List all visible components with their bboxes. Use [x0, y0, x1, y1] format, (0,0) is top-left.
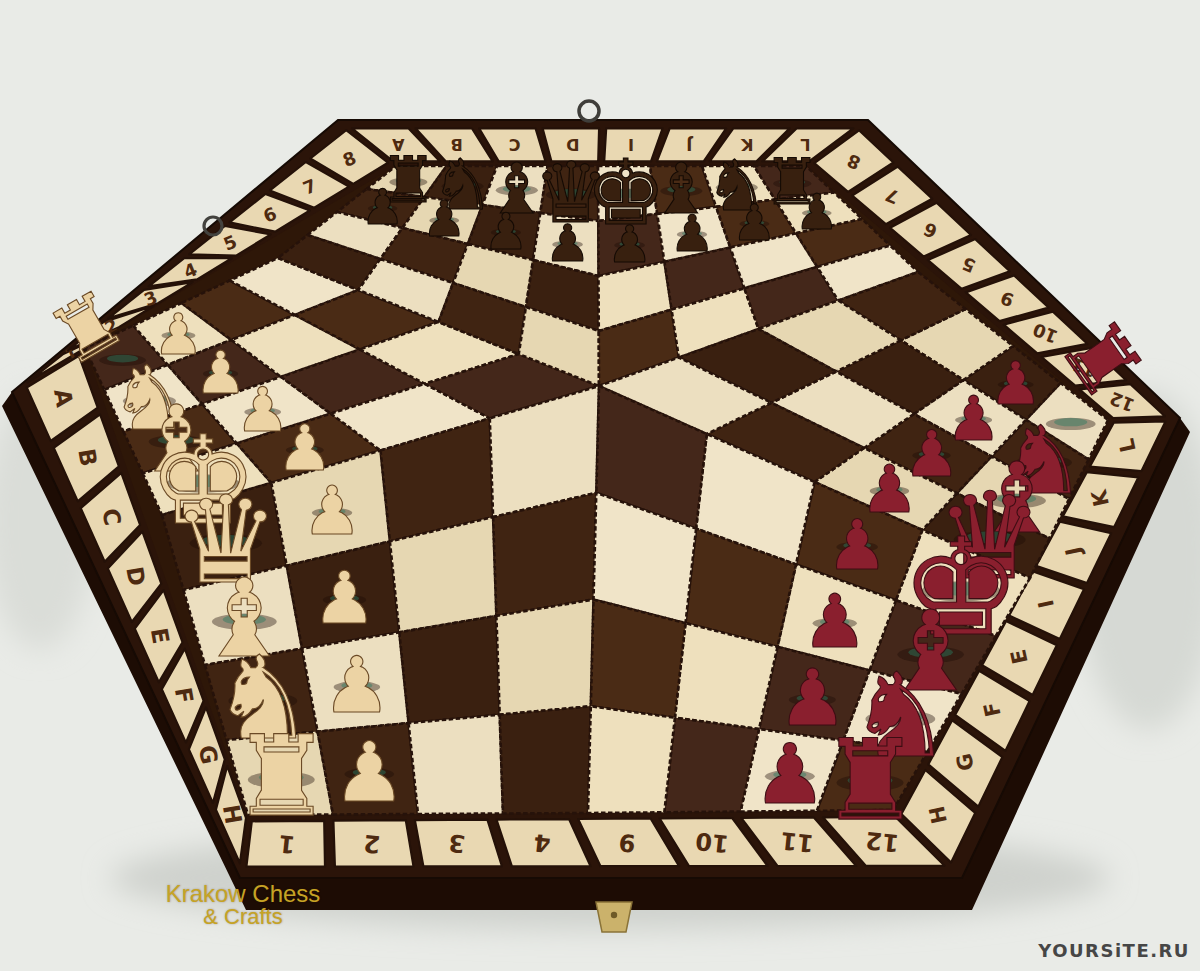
brand-watermark: Krakow Chess & Crafts [148, 882, 338, 928]
svg-text:♟: ♟ [669, 204, 714, 263]
coordinate-label: 3 [447, 828, 467, 858]
three-player-chess-board: ABCDIJKL12345678ABCDEFGH12349101112LKJIE… [0, 0, 1200, 971]
piece-dark-pawn: ♟ [669, 204, 714, 263]
piece-dark-pawn: ♟ [422, 190, 466, 248]
piece-red-pawn: ♟ [753, 726, 827, 823]
coordinate-label: 11 [779, 826, 815, 857]
svg-text:♟: ♟ [795, 183, 839, 241]
svg-text:♟: ♟ [312, 556, 377, 640]
square-H10 [664, 718, 759, 813]
coordinate-label: 4 [532, 828, 552, 858]
coordinate-label: 9 [617, 828, 637, 858]
piece-dark-pawn: ♟ [545, 214, 591, 273]
svg-text:♟: ♟ [753, 726, 827, 823]
svg-text:♟: ♟ [483, 202, 528, 261]
svg-text:♜: ♜ [820, 715, 920, 845]
svg-text:♟: ♟ [302, 472, 362, 550]
square-G3 [399, 616, 499, 723]
brass-clasp-icon [596, 902, 632, 932]
piece-white-pawn: ♟ [312, 556, 377, 640]
svg-text:♟: ♟ [826, 505, 888, 585]
piece-white-rook: ♜ [231, 711, 331, 841]
svg-text:♟: ♟ [607, 215, 653, 274]
piece-red-rook: ♜ [820, 715, 920, 845]
piece-red-pawn: ♟ [826, 505, 888, 585]
square-H9 [588, 706, 675, 813]
piece-dark-pawn: ♟ [483, 202, 528, 261]
square-G4 [496, 600, 593, 715]
piece-white-pawn: ♟ [302, 472, 362, 550]
svg-text:♟: ♟ [361, 179, 405, 236]
svg-text:♟: ♟ [732, 194, 777, 252]
piece-white-pawn: ♟ [322, 640, 392, 730]
site-watermark: YOURSiTE.RU [1038, 940, 1190, 961]
svg-text:♟: ♟ [422, 190, 466, 248]
photo-three-player-chess-set: ABCDIJKL12345678ABCDEFGH12349101112LKJIE… [0, 0, 1200, 971]
coordinate-label: 10 [694, 826, 730, 857]
svg-text:♟: ♟ [332, 724, 406, 821]
svg-text:♟: ♟ [322, 640, 392, 730]
piece-white-pawn: ♟ [332, 724, 406, 821]
coordinate-label: 2 [362, 829, 382, 859]
brand-line2: & Crafts [148, 905, 338, 928]
svg-text:♟: ♟ [545, 214, 591, 273]
frame-label-cell-bottom-2: 2 [333, 820, 413, 866]
piece-dark-pawn: ♟ [607, 215, 653, 274]
piece-dark-pawn: ♟ [795, 183, 839, 241]
square-H4 [500, 706, 591, 813]
square-H3 [409, 715, 503, 814]
svg-text:♜: ♜ [231, 711, 331, 841]
brand-line1: Krakow Chess [148, 882, 338, 905]
piece-dark-pawn: ♟ [361, 179, 405, 236]
piece-dark-pawn: ♟ [732, 194, 777, 252]
frame-label-cell-bottom-3: 3 [415, 820, 502, 867]
